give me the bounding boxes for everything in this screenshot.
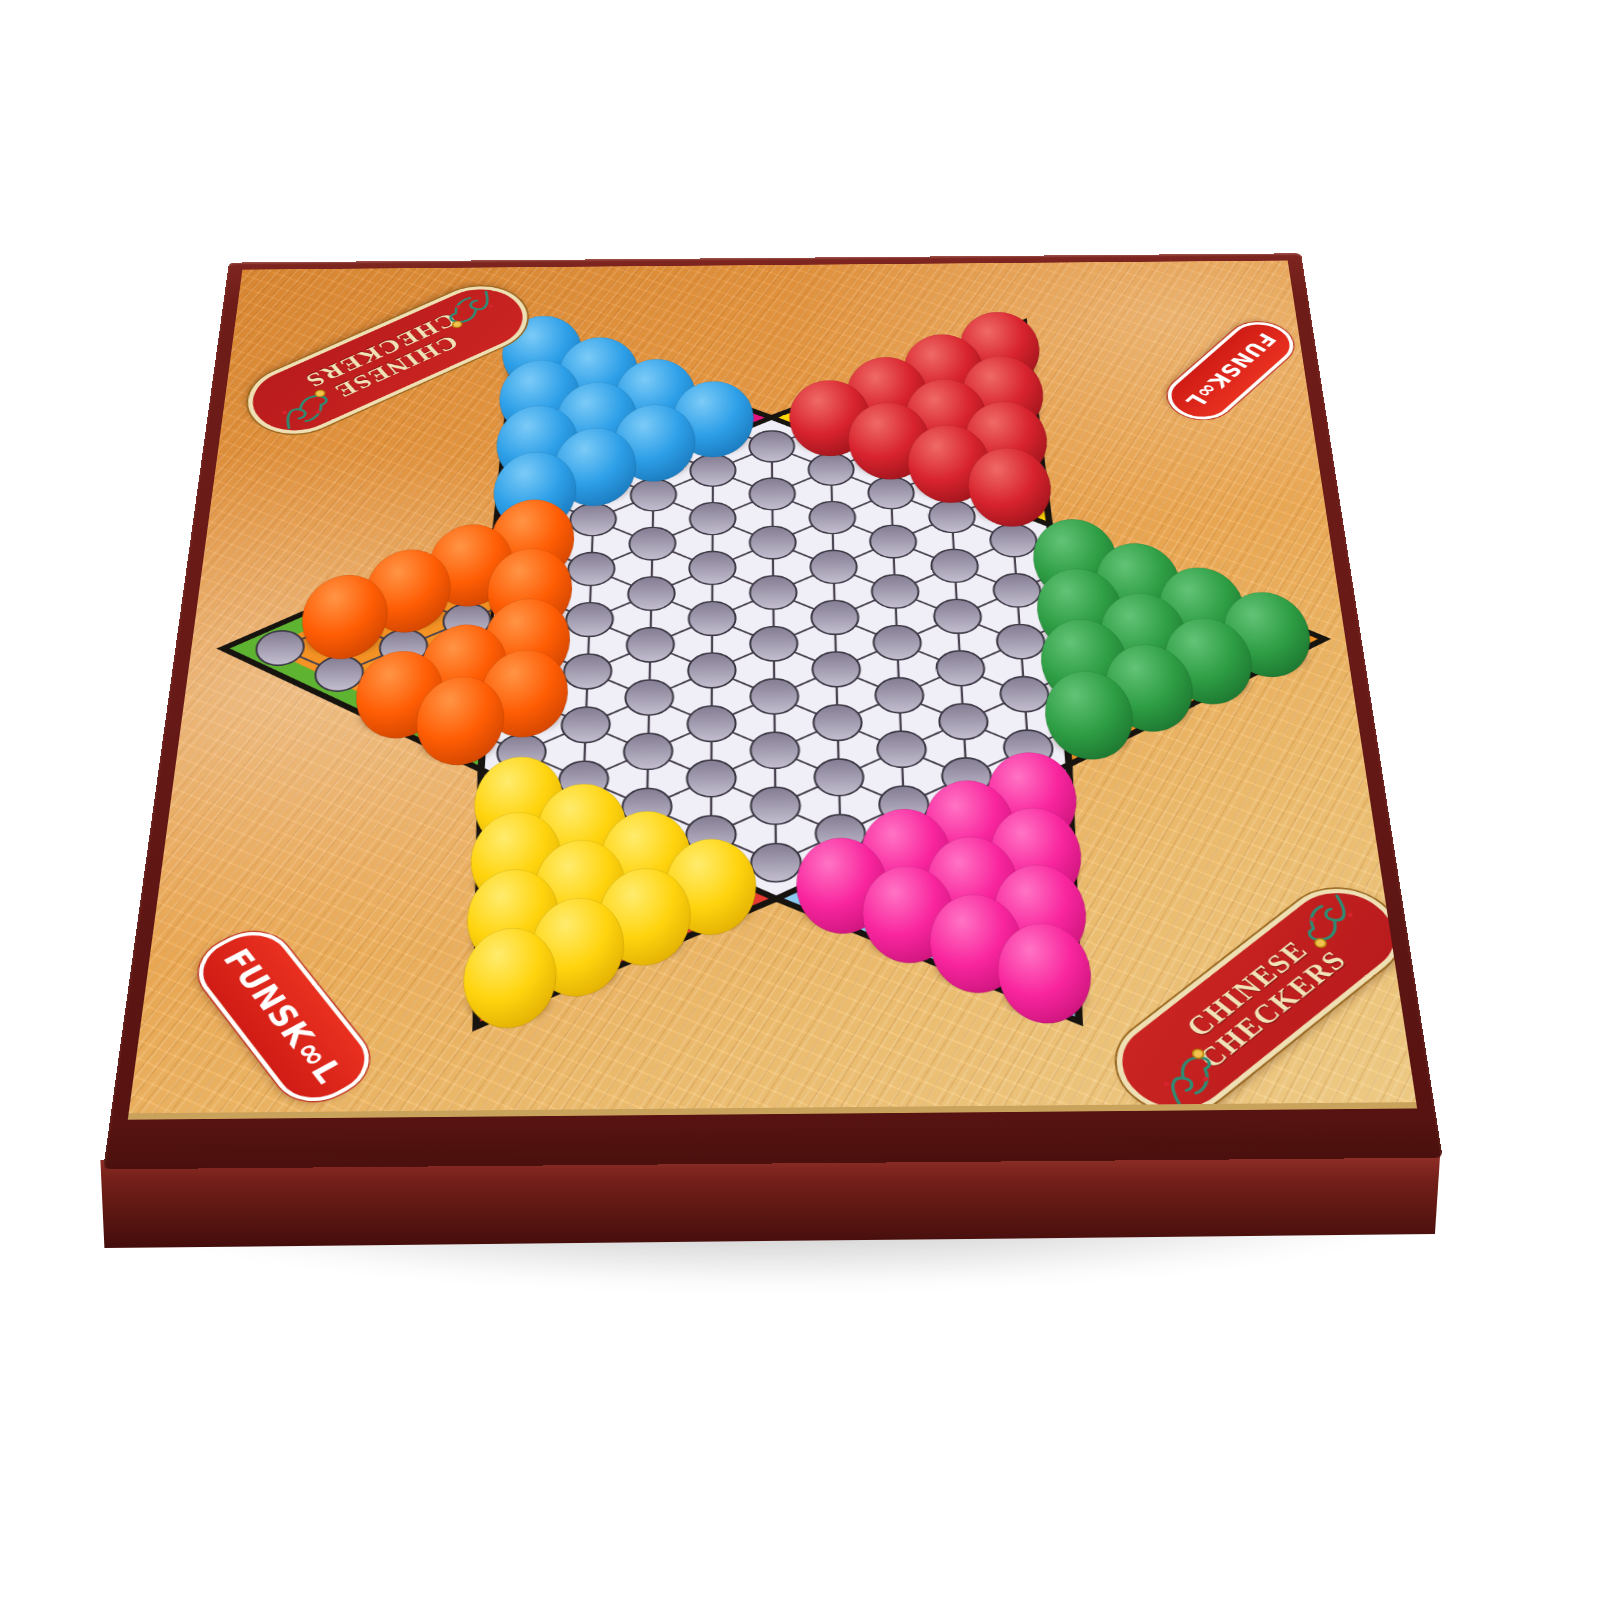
hole--1,3[interactable] <box>933 599 982 633</box>
hole-3,-3[interactable] <box>568 552 615 585</box>
hole--1,-1[interactable] <box>687 706 735 742</box>
hole--2,-1[interactable] <box>687 760 736 797</box>
hole-3,-1[interactable] <box>690 502 736 535</box>
hole-4,-1[interactable] <box>690 455 735 487</box>
hole--2,0[interactable] <box>751 732 800 769</box>
hole-0,1[interactable] <box>811 600 859 634</box>
hole-3,1[interactable] <box>808 454 854 486</box>
hole-0,-1[interactable] <box>688 653 736 688</box>
hole-0,2[interactable] <box>871 575 919 609</box>
hole-1,2[interactable] <box>870 525 917 558</box>
hole-2,-2[interactable] <box>628 577 675 611</box>
hole-1,3[interactable] <box>928 500 975 533</box>
hole--3,2[interactable] <box>877 731 927 768</box>
hole--3,0[interactable] <box>751 787 800 825</box>
game-box: CHINESE CHECKERS <box>173 49 1364 1272</box>
hole-2,1[interactable] <box>809 501 855 534</box>
hole-4,0[interactable] <box>749 431 794 462</box>
hole-1,-1[interactable] <box>689 601 736 635</box>
hole--1,2[interactable] <box>873 625 922 660</box>
hole-2,-1[interactable] <box>689 551 735 584</box>
hole-4,-3[interactable] <box>570 503 617 536</box>
hole-4,-2[interactable] <box>630 479 676 511</box>
hole-0,0[interactable] <box>750 626 797 661</box>
hole-0,3[interactable] <box>931 549 979 582</box>
hole-1,1[interactable] <box>810 550 857 583</box>
hole--2,2[interactable] <box>875 677 924 713</box>
hole-3,-2[interactable] <box>629 527 676 560</box>
hole-2,0[interactable] <box>750 526 796 559</box>
hole-1,0[interactable] <box>750 576 797 610</box>
hole-2,-3[interactable] <box>565 602 613 636</box>
hole-0,-3[interactable] <box>561 707 610 743</box>
hole--1,-2[interactable] <box>624 733 673 770</box>
hole-2,2[interactable] <box>868 477 915 509</box>
game-board: CHINESE CHECKERS <box>128 261 1417 1120</box>
hole--4,0[interactable] <box>751 843 801 882</box>
hole-3,0[interactable] <box>750 478 796 510</box>
hole--1,1[interactable] <box>812 652 860 687</box>
product-photo-background: CHINESE CHECKERS <box>0 0 1600 1600</box>
hole-1,-2[interactable] <box>626 627 674 662</box>
hole--3,3[interactable] <box>939 703 989 739</box>
hole--2,1[interactable] <box>813 705 862 741</box>
hole-0,-2[interactable] <box>625 680 673 716</box>
hole-1,-3[interactable] <box>563 654 612 689</box>
hole--3,1[interactable] <box>814 759 864 796</box>
box-inner-frame: CHINESE CHECKERS <box>103 253 1443 1169</box>
hole--1,0[interactable] <box>750 679 798 715</box>
hole--2,3[interactable] <box>936 651 985 686</box>
